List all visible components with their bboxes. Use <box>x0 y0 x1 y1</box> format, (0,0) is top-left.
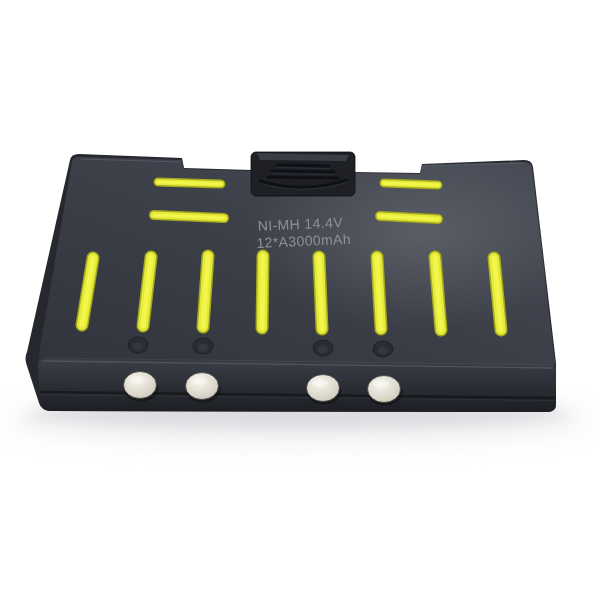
vent-stripe <box>384 183 438 185</box>
vent-slot <box>319 257 322 329</box>
battery-label: NI-MH 14.4V 12*A3000mAh <box>255 214 351 251</box>
screw-recess <box>313 340 333 356</box>
vent-slot <box>262 256 263 328</box>
product-photo-canvas: NI-MH 14.4V 12*A3000mAh <box>0 0 600 600</box>
battery-photo: NI-MH 14.4V 12*A3000mAh <box>0 0 600 600</box>
vent-stripe <box>158 182 221 184</box>
screw-recess <box>128 337 148 353</box>
screw-recess <box>193 338 213 354</box>
battery-latch <box>251 152 355 196</box>
screw-recess <box>373 341 393 357</box>
